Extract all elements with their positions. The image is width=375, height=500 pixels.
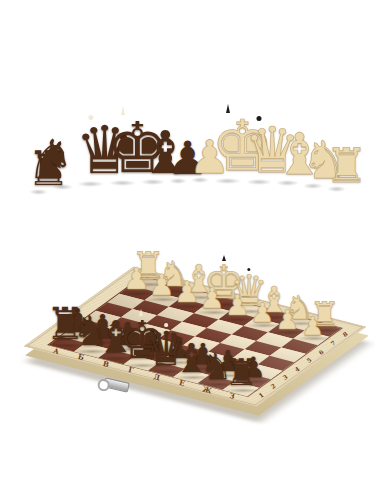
latch-icon xyxy=(103,377,130,392)
finial xyxy=(247,268,250,271)
rank-label-5: 5 xyxy=(305,356,313,364)
finial xyxy=(139,309,143,316)
rank-label-4: 4 xyxy=(293,365,301,373)
board-overlay: АБВГДЕЖЗ12345678♜♞♝♚♛♝♞♜♟♟♟♟♟♟♟♟♟♟♟♟♟♟♟♟… xyxy=(0,0,375,500)
rank-label-6: 6 xyxy=(317,347,325,355)
product-photo: ♜♞♛♚♝♟♟♚♛♝♞♜ АБВГДЕЖЗ12345678♜♞♝♚♛♝♞♜♟♟♟… xyxy=(0,0,375,500)
rank-label-3: 3 xyxy=(281,373,289,381)
finial xyxy=(222,255,226,261)
finial xyxy=(164,323,168,327)
piece-dark-rook-h1: ♜ xyxy=(219,354,263,391)
piece-light-pawn-h7: ♟ xyxy=(291,313,335,339)
